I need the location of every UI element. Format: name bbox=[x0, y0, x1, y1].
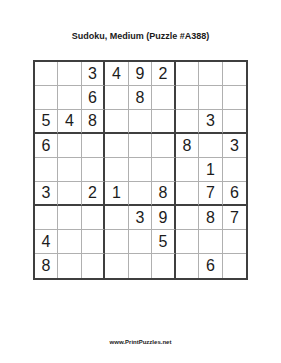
sudoku-cell-r4c4[interactable] bbox=[105, 134, 129, 158]
sudoku-cell-r5c5[interactable] bbox=[129, 158, 153, 182]
sudoku-cell-r7c6: 9 bbox=[152, 206, 176, 230]
sudoku-cell-r4c5[interactable] bbox=[129, 134, 153, 158]
sudoku-cell-r2c8[interactable] bbox=[199, 86, 223, 110]
page-title: Sudoku, Medium (Puzzle #A388) bbox=[0, 0, 281, 41]
sudoku-cell-r2c9[interactable] bbox=[223, 86, 247, 110]
sudoku-cell-r9c8: 6 bbox=[199, 254, 223, 278]
sudoku-cell-r4c9: 3 bbox=[223, 134, 247, 158]
sudoku-cell-r4c7: 8 bbox=[176, 134, 200, 158]
sudoku-cell-r7c4[interactable] bbox=[105, 206, 129, 230]
sudoku-cell-r6c7[interactable] bbox=[176, 182, 200, 206]
sudoku-cell-r9c1: 8 bbox=[35, 254, 59, 278]
sudoku-cell-r5c3[interactable] bbox=[82, 158, 106, 182]
sudoku-cell-r3c6[interactable] bbox=[152, 110, 176, 134]
sudoku-cell-r9c4[interactable] bbox=[105, 254, 129, 278]
sudoku-cell-r7c8: 8 bbox=[199, 206, 223, 230]
sudoku-cell-r4c2[interactable] bbox=[58, 134, 82, 158]
sudoku-cell-r1c1[interactable] bbox=[35, 62, 59, 86]
sudoku-cell-r9c9[interactable] bbox=[223, 254, 247, 278]
sudoku-cell-r5c9[interactable] bbox=[223, 158, 247, 182]
sudoku-cell-r6c1: 3 bbox=[35, 182, 59, 206]
sudoku-cell-r3c4[interactable] bbox=[105, 110, 129, 134]
sudoku-cell-r3c1: 5 bbox=[35, 110, 59, 134]
sudoku-cell-r3c8: 3 bbox=[199, 110, 223, 134]
sudoku-cell-r8c7[interactable] bbox=[176, 230, 200, 254]
sudoku-cell-r4c8[interactable] bbox=[199, 134, 223, 158]
sudoku-cell-r2c2[interactable] bbox=[58, 86, 82, 110]
sudoku-cell-r1c3: 3 bbox=[82, 62, 106, 86]
sudoku-cell-r2c5: 8 bbox=[129, 86, 153, 110]
sudoku-cell-r8c1: 4 bbox=[35, 230, 59, 254]
sudoku-cell-r1c9[interactable] bbox=[223, 62, 247, 86]
sudoku-cell-r9c6[interactable] bbox=[152, 254, 176, 278]
sudoku-cell-r7c9: 7 bbox=[223, 206, 247, 230]
sudoku-cell-r5c8: 1 bbox=[199, 158, 223, 182]
sudoku-cell-r7c5: 3 bbox=[129, 206, 153, 230]
sudoku-cell-r7c2[interactable] bbox=[58, 206, 82, 230]
sudoku-cell-r5c7[interactable] bbox=[176, 158, 200, 182]
sudoku-cell-r3c2: 4 bbox=[58, 110, 82, 134]
sudoku-cell-r7c7[interactable] bbox=[176, 206, 200, 230]
sudoku-cell-r7c3[interactable] bbox=[82, 206, 106, 230]
sudoku-cell-r6c5[interactable] bbox=[129, 182, 153, 206]
sudoku-cell-r9c7[interactable] bbox=[176, 254, 200, 278]
sudoku-cell-r6c8: 7 bbox=[199, 182, 223, 206]
sudoku-board: 3492685483683132187639874586 bbox=[33, 60, 249, 280]
sudoku-cell-r8c9[interactable] bbox=[223, 230, 247, 254]
sudoku-cell-r2c6[interactable] bbox=[152, 86, 176, 110]
sudoku-cell-r6c6: 8 bbox=[152, 182, 176, 206]
sudoku-cell-r4c3[interactable] bbox=[82, 134, 106, 158]
sudoku-cell-r1c5: 9 bbox=[129, 62, 153, 86]
sudoku-cell-r5c2[interactable] bbox=[58, 158, 82, 182]
sudoku-cell-r1c4: 4 bbox=[105, 62, 129, 86]
sudoku-cell-r2c7[interactable] bbox=[176, 86, 200, 110]
sudoku-cell-r6c3: 2 bbox=[82, 182, 106, 206]
sudoku-cell-r3c5[interactable] bbox=[129, 110, 153, 134]
sudoku-cell-r9c2[interactable] bbox=[58, 254, 82, 278]
sudoku-cell-r5c1[interactable] bbox=[35, 158, 59, 182]
sudoku-cell-r2c1[interactable] bbox=[35, 86, 59, 110]
sudoku-cell-r4c6[interactable] bbox=[152, 134, 176, 158]
sudoku-cell-r6c9: 6 bbox=[223, 182, 247, 206]
sudoku-cell-r3c7[interactable] bbox=[176, 110, 200, 134]
sudoku-cell-r8c3[interactable] bbox=[82, 230, 106, 254]
sudoku-cell-r8c5[interactable] bbox=[129, 230, 153, 254]
sudoku-cell-r5c6[interactable] bbox=[152, 158, 176, 182]
sudoku-cell-r2c4[interactable] bbox=[105, 86, 129, 110]
sudoku-cell-r8c6: 5 bbox=[152, 230, 176, 254]
sudoku-cell-r8c4[interactable] bbox=[105, 230, 129, 254]
sudoku-cell-r2c3: 6 bbox=[82, 86, 106, 110]
sudoku-page: Sudoku, Medium (Puzzle #A388) 3492685483… bbox=[0, 0, 281, 363]
sudoku-cell-r1c8[interactable] bbox=[199, 62, 223, 86]
footer-url: www.PrintPuzzles.net bbox=[0, 339, 281, 345]
sudoku-cell-r8c8[interactable] bbox=[199, 230, 223, 254]
sudoku-cell-r6c2[interactable] bbox=[58, 182, 82, 206]
sudoku-cell-r3c9[interactable] bbox=[223, 110, 247, 134]
sudoku-cell-r3c3: 8 bbox=[82, 110, 106, 134]
sudoku-cell-r8c2[interactable] bbox=[58, 230, 82, 254]
sudoku-cell-r1c7[interactable] bbox=[176, 62, 200, 86]
sudoku-cell-r5c4[interactable] bbox=[105, 158, 129, 182]
sudoku-cell-r1c6: 2 bbox=[152, 62, 176, 86]
sudoku-cell-r1c2[interactable] bbox=[58, 62, 82, 86]
sudoku-cell-r7c1[interactable] bbox=[35, 206, 59, 230]
sudoku-cell-r9c5[interactable] bbox=[129, 254, 153, 278]
sudoku-cell-r9c3[interactable] bbox=[82, 254, 106, 278]
sudoku-cell-r6c4: 1 bbox=[105, 182, 129, 206]
sudoku-cell-r4c1: 6 bbox=[35, 134, 59, 158]
